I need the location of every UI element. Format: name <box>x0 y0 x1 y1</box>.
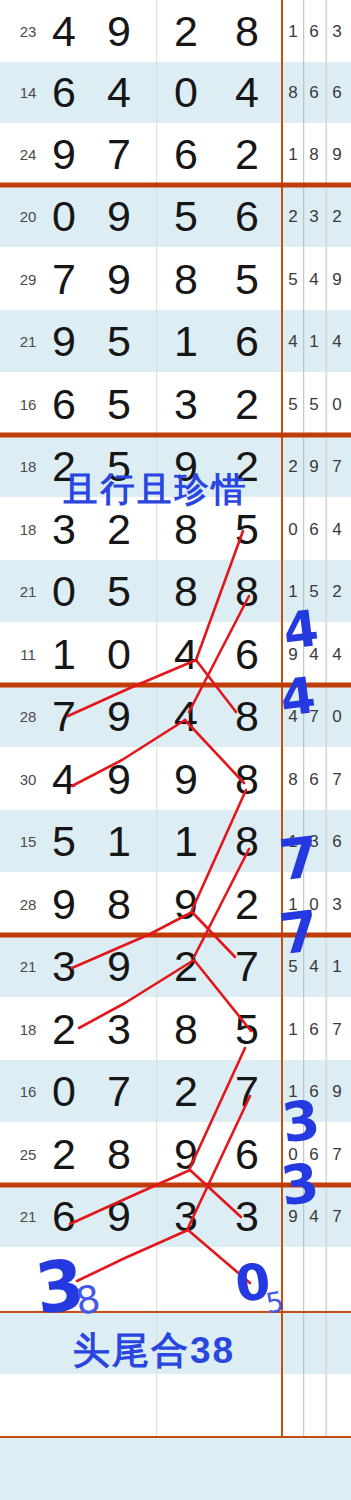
sum-label: 29 <box>20 271 37 286</box>
column-divider-line <box>325 0 327 1437</box>
tail-digit-1: 0 <box>288 520 297 537</box>
tail-digit-1: 2 <box>288 458 297 475</box>
tail-digit-2: 6 <box>309 22 318 39</box>
draw-row[interactable]: 16 6 5 3 2 5 5 0 <box>0 372 351 435</box>
tail-digit-1: 1 <box>288 1020 297 1037</box>
main-digit-4: 5 <box>235 257 259 300</box>
main-digit-1: 3 <box>52 507 76 550</box>
sum-label: 11 <box>20 646 36 661</box>
tail-digit-2: 9 <box>309 458 318 475</box>
tail-digit-2: 0 <box>309 895 318 912</box>
sum-label: 14 <box>20 85 37 100</box>
main-digit-1: 6 <box>52 382 76 425</box>
main-digit-4: 8 <box>235 695 259 738</box>
main-digit-4: 2 <box>235 382 259 425</box>
tail-digit-1: 1 <box>288 1083 297 1100</box>
tail-digit-1: 2 <box>288 208 297 225</box>
tail-digit-3: 7 <box>332 1208 341 1225</box>
draw-row[interactable]: 29 7 9 8 5 5 4 9 <box>0 247 351 310</box>
main-digit-1: 6 <box>52 71 76 114</box>
tail-digit-2: 1 <box>309 333 318 350</box>
draw-row[interactable]: 15 5 1 1 8 1 3 6 <box>0 810 351 873</box>
draw-row[interactable]: 16 0 7 2 7 1 6 9 <box>0 1060 351 1123</box>
tail-digit-2: 7 <box>309 708 318 725</box>
tail-digit-1: 5 <box>288 958 297 975</box>
sum-label: 20 <box>20 209 37 224</box>
tail-digit-1: 5 <box>288 395 297 412</box>
main-digit-1: 7 <box>52 257 76 300</box>
main-digit-2: 2 <box>107 507 131 550</box>
draw-row[interactable]: 28 9 8 9 2 1 0 3 <box>0 872 351 935</box>
main-digit-2: 9 <box>107 257 131 300</box>
draw-row[interactable]: 24 9 7 6 2 1 8 9 <box>0 123 351 185</box>
tail-digit-2: 3 <box>309 833 318 850</box>
main-digit-3: 8 <box>174 257 198 300</box>
section-divider-line <box>0 1311 351 1313</box>
main-digit-1: 5 <box>52 820 76 863</box>
lottery-trend-chart: 23 4 9 2 8 1 6 3 14 6 4 0 4 8 6 6 24 9 7… <box>0 0 351 1500</box>
draw-row[interactable]: 30 4 9 9 8 8 6 7 <box>0 747 351 810</box>
draw-row[interactable]: 21 9 5 1 6 4 1 4 <box>0 310 351 373</box>
tail-digit-2: 3 <box>309 208 318 225</box>
main-digit-2: 9 <box>107 195 131 238</box>
main-digit-2: 7 <box>107 133 131 176</box>
draw-row[interactable]: 20 0 9 5 6 2 3 2 <box>0 185 351 248</box>
main-digit-1: 0 <box>52 1070 76 1113</box>
tail-digit-2: 5 <box>309 395 318 412</box>
tail-digit-3: 2 <box>332 208 341 225</box>
sum-label: 23 <box>20 23 37 38</box>
overlay-note-text: 且行且珍惜 <box>64 472 249 506</box>
tail-digit-1: 0 <box>288 1145 297 1162</box>
sum-label: 18 <box>20 521 37 536</box>
sum-label: 28 <box>20 709 37 724</box>
tail-digit-2: 4 <box>309 1208 318 1225</box>
tail-digit-3: 6 <box>332 833 341 850</box>
tail-digit-2: 8 <box>309 146 318 163</box>
footer-block <box>0 1436 351 1500</box>
tail-digit-1: 1 <box>288 583 297 600</box>
tail-digit-1: 9 <box>288 645 297 662</box>
tail-digit-3: 3 <box>332 22 341 39</box>
draw-row[interactable]: 21 6 9 3 3 9 4 7 <box>0 1185 351 1248</box>
main-digit-1: 9 <box>52 320 76 363</box>
tail-digit-3: 7 <box>332 1020 341 1037</box>
banner-text: 头尾合38 <box>73 1332 235 1369</box>
draw-row[interactable]: 28 7 9 4 8 4 7 0 <box>0 685 351 748</box>
draw-row[interactable]: 21 3 9 2 7 5 4 1 <box>0 935 351 998</box>
sum-label: 21 <box>20 584 37 599</box>
main-digit-2: 0 <box>107 632 131 675</box>
draw-row[interactable]: 14 6 4 0 4 8 6 6 <box>0 62 351 124</box>
draw-row[interactable]: 11 1 0 4 6 9 4 4 <box>0 622 351 685</box>
main-digit-1: 0 <box>52 195 76 238</box>
main-digit-3: 2 <box>174 1070 198 1113</box>
main-digit-3: 1 <box>174 820 198 863</box>
tail-digit-1: 1 <box>288 146 297 163</box>
main-digit-2: 9 <box>107 9 131 52</box>
draw-row[interactable]: 21 0 5 8 8 1 5 2 <box>0 560 351 623</box>
sum-label: 16 <box>20 1084 37 1099</box>
main-digit-3: 3 <box>174 1195 198 1238</box>
sum-label: 16 <box>20 396 37 411</box>
tail-digit-2: 4 <box>309 270 318 287</box>
tail-digit-1: 9 <box>288 1208 297 1225</box>
group-divider-line <box>0 683 351 688</box>
tail-digit-3: 4 <box>332 333 341 350</box>
main-digit-3: 2 <box>174 9 198 52</box>
tail-digit-1: 8 <box>288 84 297 101</box>
main-digit-2: 9 <box>107 945 131 988</box>
main-digit-2: 3 <box>107 1007 131 1050</box>
tail-digit-1: 4 <box>288 708 297 725</box>
empty-row <box>0 1374 351 1436</box>
main-digit-2: 9 <box>107 1195 131 1238</box>
main-digit-3: 8 <box>174 570 198 613</box>
sum-label: 28 <box>20 896 37 911</box>
main-digit-3: 8 <box>174 1007 198 1050</box>
main-digit-2: 1 <box>107 820 131 863</box>
main-digit-2: 5 <box>107 570 131 613</box>
main-digit-2: 8 <box>107 882 131 925</box>
main-digit-4: 6 <box>235 632 259 675</box>
main-digit-1: 2 <box>52 1132 76 1175</box>
main-digit-1: 9 <box>52 882 76 925</box>
sum-label: 18 <box>20 1021 37 1036</box>
tail-digit-3: 0 <box>332 395 341 412</box>
main-digit-4: 2 <box>235 882 259 925</box>
group-divider-line <box>0 183 351 188</box>
draw-row[interactable]: 25 2 8 9 6 0 6 7 <box>0 1122 351 1185</box>
main-digit-1: 3 <box>52 945 76 988</box>
tail-digit-2: 6 <box>309 1083 318 1100</box>
main-digit-3: 2 <box>174 945 198 988</box>
sum-label: 21 <box>20 334 37 349</box>
tail-digit-3: 3 <box>332 895 341 912</box>
tail-digit-3: 7 <box>332 458 341 475</box>
tail-digit-3: 1 <box>332 958 341 975</box>
main-digit-3: 4 <box>174 632 198 675</box>
main-digit-4: 6 <box>235 320 259 363</box>
draw-row[interactable]: 18 2 3 8 5 1 6 7 <box>0 997 351 1060</box>
main-digit-3: 5 <box>174 195 198 238</box>
sum-label: 18 <box>20 459 37 474</box>
main-digit-4: 8 <box>235 9 259 52</box>
main-digit-4: 7 <box>235 945 259 988</box>
column-divider-accent-line <box>281 0 283 1437</box>
tail-digit-1: 1 <box>288 22 297 39</box>
main-digit-2: 5 <box>107 382 131 425</box>
sum-label: 15 <box>20 834 37 849</box>
main-digit-4: 8 <box>235 757 259 800</box>
draw-row[interactable]: 23 4 9 2 8 1 6 3 <box>0 0 351 62</box>
column-divider-line <box>156 0 158 1437</box>
main-digit-4: 6 <box>235 195 259 238</box>
group-divider-line <box>0 1183 351 1188</box>
column-divider-line <box>303 0 305 1437</box>
tail-digit-2: 6 <box>309 1145 318 1162</box>
main-digit-1: 9 <box>52 133 76 176</box>
sum-label: 21 <box>20 959 37 974</box>
tail-digit-1: 4 <box>288 333 297 350</box>
tail-digit-1: 1 <box>288 833 297 850</box>
main-digit-1: 2 <box>52 1007 76 1050</box>
main-digit-3: 6 <box>174 133 198 176</box>
tail-digit-3: 6 <box>332 84 341 101</box>
prediction-row <box>0 1247 351 1312</box>
main-digit-1: 1 <box>52 632 76 675</box>
main-digit-1: 6 <box>52 1195 76 1238</box>
main-digit-2: 4 <box>107 71 131 114</box>
main-digit-1: 0 <box>52 570 76 613</box>
tail-digit-3: 9 <box>332 146 341 163</box>
main-digit-3: 0 <box>174 71 198 114</box>
main-digit-4: 8 <box>235 820 259 863</box>
tail-digit-3: 0 <box>332 708 341 725</box>
main-digit-3: 4 <box>174 695 198 738</box>
tail-digit-2: 4 <box>309 958 318 975</box>
main-digit-3: 3 <box>174 382 198 425</box>
tail-digit-2: 6 <box>309 770 318 787</box>
tail-digit-2: 6 <box>309 520 318 537</box>
main-digit-2: 5 <box>107 320 131 363</box>
main-digit-1: 4 <box>52 9 76 52</box>
tail-digit-3: 2 <box>332 583 341 600</box>
tail-digit-2: 6 <box>309 84 318 101</box>
main-digit-2: 8 <box>107 1132 131 1175</box>
main-digit-4: 4 <box>235 71 259 114</box>
sum-label: 24 <box>20 147 37 162</box>
main-digit-1: 4 <box>52 757 76 800</box>
tail-digit-2: 6 <box>309 1020 318 1037</box>
main-digit-4: 5 <box>235 1007 259 1050</box>
main-digit-3: 9 <box>174 757 198 800</box>
main-digit-2: 7 <box>107 1070 131 1113</box>
main-digit-3: 8 <box>174 507 198 550</box>
main-digit-4: 8 <box>235 570 259 613</box>
section-divider-line <box>0 1436 351 1438</box>
tail-digit-3: 9 <box>332 1083 341 1100</box>
main-digit-4: 3 <box>235 1195 259 1238</box>
main-digit-3: 9 <box>174 1132 198 1175</box>
main-digit-1: 7 <box>52 695 76 738</box>
sum-label: 25 <box>20 1146 37 1161</box>
main-digit-3: 1 <box>174 320 198 363</box>
sum-label: 21 <box>20 1209 37 1224</box>
main-digit-4: 6 <box>235 1132 259 1175</box>
main-digit-4: 2 <box>235 133 259 176</box>
tail-digit-3: 4 <box>332 645 341 662</box>
tail-digit-3: 7 <box>332 1145 341 1162</box>
tail-digit-1: 1 <box>288 895 297 912</box>
main-digit-3: 9 <box>174 882 198 925</box>
tail-digit-3: 4 <box>332 520 341 537</box>
main-digit-4: 5 <box>235 507 259 550</box>
main-digit-2: 9 <box>107 695 131 738</box>
tail-digit-2: 4 <box>309 645 318 662</box>
tail-digit-1: 5 <box>288 270 297 287</box>
tail-digit-2: 5 <box>309 583 318 600</box>
main-digit-2: 9 <box>107 757 131 800</box>
sum-label: 30 <box>20 771 37 786</box>
main-digit-4: 7 <box>235 1070 259 1113</box>
tail-digit-3: 9 <box>332 270 341 287</box>
group-divider-line <box>0 433 351 438</box>
group-divider-line <box>0 933 351 938</box>
tail-digit-3: 7 <box>332 770 341 787</box>
tail-digit-1: 8 <box>288 770 297 787</box>
